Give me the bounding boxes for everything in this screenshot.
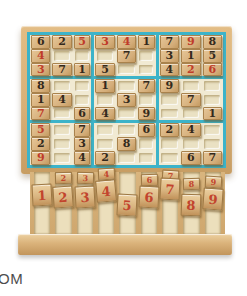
cell-r1c9[interactable]: 8 <box>202 35 223 49</box>
board-tile: 3 <box>74 137 91 150</box>
empty-recess <box>161 95 177 105</box>
drawer-tile-2[interactable]: 2 <box>55 172 72 185</box>
board-tile: 3 <box>160 49 180 62</box>
board-tile: 9 <box>160 79 180 92</box>
cell-r1c1[interactable]: 6 <box>30 35 51 49</box>
board-tile: 7 <box>181 93 201 106</box>
cell-r9c5[interactable] <box>116 151 137 165</box>
watermark-text: OM <box>0 270 23 287</box>
cell-r9c4[interactable]: 2 <box>94 151 115 165</box>
cell-r8c6[interactable] <box>137 137 158 151</box>
cell-r9c6[interactable] <box>137 151 158 165</box>
cell-r3c8[interactable]: 2 <box>180 63 201 79</box>
wooden-box: 6253417984731537154268179143776491576242… <box>21 26 232 174</box>
board-tile: 2 <box>31 137 51 150</box>
cell-r7c4[interactable] <box>94 123 115 137</box>
cell-r2c5[interactable]: 7 <box>116 49 137 63</box>
cell-r4c5[interactable] <box>116 79 137 93</box>
drawer-slot-8[interactable]: 88 <box>183 172 199 234</box>
cell-r9c3[interactable]: 4 <box>73 151 94 165</box>
cell-r4c6[interactable]: 7 <box>137 79 158 93</box>
cell-r1c2[interactable]: 2 <box>51 35 72 49</box>
cell-r8c5[interactable]: 8 <box>116 137 137 151</box>
drawer-tile-6[interactable]: 6 <box>138 185 159 208</box>
board-tile: 2 <box>52 35 72 48</box>
empty-recess <box>75 95 89 105</box>
cell-r8c2[interactable] <box>51 137 72 151</box>
cell-r7c5[interactable] <box>116 123 137 137</box>
board-tile: 7 <box>117 49 137 62</box>
board-tile: 4 <box>117 35 137 48</box>
board-tile: 8 <box>117 137 137 150</box>
cell-r1c8[interactable]: 9 <box>180 35 201 49</box>
board-tile: 9 <box>31 151 51 164</box>
drawer-tile-7[interactable]: 7 <box>159 177 180 200</box>
cell-r2c3[interactable] <box>73 49 94 63</box>
cell-r1c6[interactable]: 1 <box>137 35 158 49</box>
board-tile: 1 <box>95 79 115 92</box>
cell-r6c4[interactable]: 4 <box>94 107 115 123</box>
cell-r4c4[interactable]: 1 <box>94 79 115 93</box>
empty-recess <box>97 51 113 61</box>
board-tile: 1 <box>74 63 91 75</box>
board-tile: 4 <box>52 93 72 106</box>
board-tile: 6 <box>31 35 51 48</box>
cell-r6c5[interactable] <box>116 107 137 123</box>
board-tile: 7 <box>203 151 223 164</box>
drawer-slot-2[interactable]: 22 <box>55 172 71 234</box>
cell-r4c8[interactable] <box>180 79 201 93</box>
board-tile: 2 <box>181 63 201 75</box>
empty-recess <box>139 51 153 61</box>
board-tile: 3 <box>117 93 137 106</box>
board-tile: 5 <box>31 123 51 136</box>
cell-r6c1[interactable]: 7 <box>30 107 51 123</box>
empty-recess <box>54 153 70 163</box>
board-tile: 9 <box>138 107 155 119</box>
empty-recess <box>54 125 70 135</box>
board-tile: 4 <box>181 123 201 136</box>
board-tile: 7 <box>74 123 91 136</box>
cell-r3c3[interactable]: 1 <box>73 63 94 79</box>
cell-r3c2[interactable]: 7 <box>51 63 72 79</box>
cell-r8c7[interactable] <box>159 137 180 151</box>
cell-r5c2[interactable]: 4 <box>51 93 72 107</box>
cell-r5c5[interactable]: 3 <box>116 93 137 107</box>
drawer-tile-6[interactable]: 6 <box>140 174 157 187</box>
sudoku-board: 6253417984731537154268179143776491576242… <box>27 32 226 168</box>
drawer-tile-1[interactable]: 1 <box>31 183 52 206</box>
board-tile: 9 <box>181 35 201 48</box>
drawer-slot-1[interactable]: 1 <box>34 172 50 234</box>
empty-recess <box>204 95 220 105</box>
drawer-tile-8[interactable]: 8 <box>181 194 202 217</box>
cell-r4c1[interactable]: 8 <box>30 79 51 93</box>
empty-recess <box>139 153 153 163</box>
cell-r4c2[interactable] <box>51 79 72 93</box>
cell-r7c6[interactable]: 6 <box>137 123 158 137</box>
cell-r7c3[interactable]: 7 <box>73 123 94 137</box>
empty-recess <box>75 51 89 61</box>
board-tile: 1 <box>138 35 155 48</box>
cell-r2c7[interactable]: 3 <box>159 49 180 63</box>
drawer-slot-4[interactable]: 44 <box>98 172 114 234</box>
board-tile: 8 <box>31 79 51 92</box>
cell-r3c1[interactable]: 3 <box>30 63 51 79</box>
empty-recess <box>161 109 177 118</box>
cell-r1c3[interactable]: 5 <box>73 35 94 49</box>
empty-recess <box>139 139 153 149</box>
drawer-slot-5[interactable]: 5 <box>119 172 135 234</box>
drawer-slot-3[interactable]: 33 <box>77 172 93 234</box>
board-tile: 5 <box>203 49 223 62</box>
cell-r8c8[interactable] <box>180 137 201 151</box>
drawer-tile-3[interactable]: 3 <box>76 172 93 185</box>
board-tile: 7 <box>160 35 180 48</box>
cell-r3c7[interactable]: 4 <box>159 63 180 79</box>
cell-r7c8[interactable]: 4 <box>180 123 201 137</box>
cell-r2c2[interactable] <box>51 49 72 63</box>
drawer-slot-9[interactable]: 99 <box>205 172 221 234</box>
board-tile: 4 <box>31 49 51 62</box>
cell-r1c5[interactable]: 4 <box>116 35 137 49</box>
cell-r2c1[interactable]: 4 <box>30 49 51 63</box>
cell-r9c8[interactable]: 6 <box>180 151 201 165</box>
drawer-tile-3[interactable]: 3 <box>74 185 95 208</box>
board-tile: 3 <box>95 35 115 48</box>
cell-r8c9[interactable] <box>202 137 223 151</box>
drawer-tile-4[interactable]: 4 <box>95 179 117 203</box>
drawer-tile-8[interactable]: 8 <box>183 178 200 191</box>
cell-r2c8[interactable]: 1 <box>180 49 201 63</box>
drawer-slot-7[interactable]: 77 <box>162 172 178 234</box>
empty-recess <box>75 81 89 91</box>
empty-recess <box>54 109 70 118</box>
board-tile: 3 <box>31 63 51 75</box>
cell-r6c3[interactable]: 6 <box>73 107 94 123</box>
cell-r7c1[interactable]: 5 <box>30 123 51 137</box>
drawer-tile-9[interactable]: 9 <box>204 176 222 189</box>
empty-recess <box>97 125 113 135</box>
board-tile: 4 <box>95 107 115 119</box>
cell-r9c1[interactable]: 9 <box>30 151 51 165</box>
cell-r6c8[interactable] <box>180 107 201 123</box>
empty-recess <box>139 95 153 105</box>
cell-r6c7[interactable] <box>159 107 180 123</box>
empty-recess <box>183 139 199 149</box>
empty-recess <box>54 81 70 91</box>
cell-r6c2[interactable] <box>51 107 72 123</box>
empty-recess <box>118 81 134 91</box>
cell-r8c1[interactable]: 2 <box>30 137 51 151</box>
cell-r2c9[interactable]: 5 <box>202 49 223 63</box>
empty-recess <box>118 125 134 135</box>
cell-r1c4[interactable]: 3 <box>94 35 115 49</box>
cell-r8c4[interactable] <box>94 137 115 151</box>
cell-r3c5[interactable] <box>116 63 137 79</box>
board-tile: 5 <box>95 63 115 75</box>
cell-r6c9[interactable]: 1 <box>202 107 223 123</box>
empty-recess <box>118 65 134 74</box>
cell-r3c9[interactable]: 6 <box>202 63 223 79</box>
product-photo: 6253417984731537154268179143776491576242… <box>0 0 247 296</box>
cell-r5c3[interactable] <box>73 93 94 107</box>
cell-r7c7[interactable]: 2 <box>159 123 180 137</box>
cell-r5c6[interactable] <box>137 93 158 107</box>
board-tile: 6 <box>203 63 223 75</box>
board-tile: 7 <box>138 79 155 92</box>
drawer-tile-9[interactable]: 9 <box>202 187 223 210</box>
cell-r4c9[interactable] <box>202 79 223 93</box>
board-tile: 4 <box>74 151 91 164</box>
board-tile: 1 <box>31 93 51 106</box>
board-tile: 1 <box>181 49 201 62</box>
empty-recess <box>204 81 220 91</box>
empty-recess <box>97 95 113 105</box>
cell-r5c4[interactable] <box>94 93 115 107</box>
cell-r2c6[interactable] <box>137 49 158 63</box>
board-tile: 2 <box>160 123 180 136</box>
drawer-tile-2[interactable]: 2 <box>53 185 74 208</box>
cell-r7c9[interactable] <box>202 123 223 137</box>
drawer-tile-5[interactable]: 5 <box>117 193 138 216</box>
empty-recess <box>54 139 70 149</box>
board-tile: 5 <box>74 35 91 48</box>
empty-recess <box>139 65 153 74</box>
cell-r4c3[interactable] <box>73 79 94 93</box>
cell-r5c8[interactable]: 7 <box>180 93 201 107</box>
cell-r5c9[interactable] <box>202 93 223 107</box>
cell-r5c7[interactable] <box>159 93 180 107</box>
cell-r5c1[interactable]: 1 <box>30 93 51 107</box>
cell-r9c2[interactable] <box>51 151 72 165</box>
board-tile: 4 <box>160 63 180 75</box>
empty-recess <box>54 51 70 61</box>
cell-r3c6[interactable] <box>137 63 158 79</box>
empty-recess <box>183 81 199 91</box>
cell-r6c6[interactable]: 9 <box>137 107 158 123</box>
empty-recess <box>118 153 134 163</box>
empty-recess <box>118 109 134 118</box>
board-tile: 6 <box>74 107 91 119</box>
board-tile: 6 <box>181 151 201 164</box>
cell-r8c3[interactable]: 3 <box>73 137 94 151</box>
empty-recess <box>97 139 113 149</box>
board-tile: 2 <box>95 151 115 164</box>
board-tile: 6 <box>138 123 155 136</box>
cell-r9c7[interactable] <box>159 151 180 165</box>
cell-r1c7[interactable]: 7 <box>159 35 180 49</box>
empty-recess <box>204 125 220 135</box>
drawer-slot-6[interactable]: 66 <box>141 172 157 234</box>
empty-recess <box>161 139 177 149</box>
board-tile: 8 <box>203 35 223 48</box>
cell-r2c4[interactable] <box>94 49 115 63</box>
empty-recess <box>204 139 220 149</box>
board-tile: 7 <box>52 63 72 75</box>
drawer-front-handle[interactable] <box>18 234 232 255</box>
tile-drawer[interactable]: 1223344566778899 <box>30 172 225 234</box>
board-tile: 1 <box>203 107 223 119</box>
cell-r7c2[interactable] <box>51 123 72 137</box>
cell-r9c9[interactable]: 7 <box>202 151 223 165</box>
board-tile: 7 <box>31 107 51 119</box>
cell-r3c4[interactable]: 5 <box>94 63 115 79</box>
empty-recess <box>161 153 177 163</box>
empty-recess <box>183 109 199 118</box>
cell-r4c7[interactable]: 9 <box>159 79 180 93</box>
